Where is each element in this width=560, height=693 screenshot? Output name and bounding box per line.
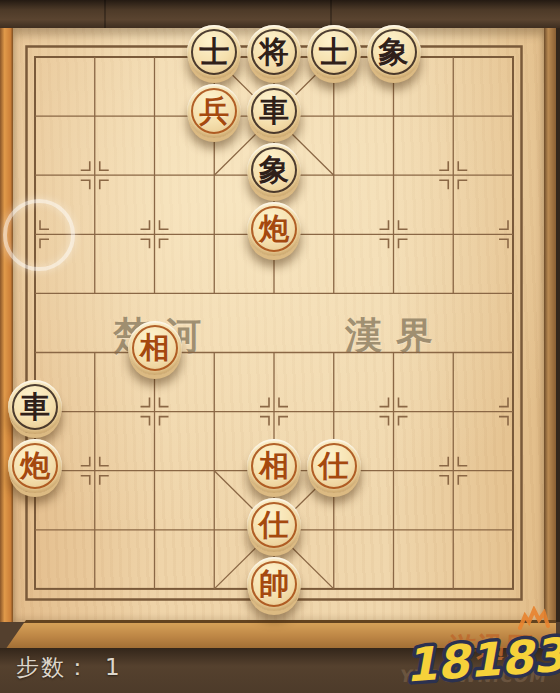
step-value: 1 <box>105 654 122 680</box>
piece-glyph: 仕 <box>319 451 349 481</box>
piece-glyph: 車 <box>20 392 50 422</box>
piece-glyph: 車 <box>259 96 289 126</box>
piece-black-advisor[interactable]: 士 <box>307 25 361 79</box>
step-counter: 步数：1 <box>16 652 122 683</box>
wood-seam <box>330 0 332 28</box>
piece-red-cannon[interactable]: 炮 <box>8 439 62 493</box>
piece-red-soldier[interactable]: 兵 <box>187 84 241 138</box>
piece-red-advisor[interactable]: 仕 <box>247 498 301 552</box>
piece-black-elephant[interactable]: 象 <box>247 143 301 197</box>
piece-red-general[interactable]: 帥 <box>247 557 301 611</box>
table-wood-right <box>556 28 560 622</box>
piece-glyph: 炮 <box>20 451 50 481</box>
board-right-bevel <box>544 28 556 622</box>
piece-glyph: 士 <box>199 37 229 67</box>
piece-red-advisor[interactable]: 仕 <box>307 439 361 493</box>
piece-black-chariot[interactable]: 車 <box>8 380 62 434</box>
river-label-han: 漢界 <box>345 311 447 361</box>
highlight-ring <box>3 199 75 271</box>
piece-glyph: 相 <box>259 451 289 481</box>
piece-black-chariot[interactable]: 車 <box>247 84 301 138</box>
xiangqi-app: 楚河 漢界 士将士象兵車象炮相車炮相仕仕帥 步数：1 游迅网 YXDOWN.CO… <box>0 0 560 693</box>
piece-glyph: 炮 <box>259 214 289 244</box>
wood-seam <box>104 0 106 28</box>
svg-text:18183: 18183 <box>403 627 560 692</box>
piece-glyph: 兵 <box>199 96 229 126</box>
piece-black-advisor[interactable]: 士 <box>187 25 241 79</box>
piece-red-cannon[interactable]: 炮 <box>247 202 301 256</box>
piece-glyph: 士 <box>319 37 349 67</box>
board-left-bevel <box>0 28 13 622</box>
piece-glyph: 相 <box>140 333 170 363</box>
piece-glyph: 象 <box>379 37 409 67</box>
piece-glyph: 帥 <box>259 569 289 599</box>
piece-black-elephant[interactable]: 象 <box>367 25 421 79</box>
piece-red-elephant[interactable]: 相 <box>247 439 301 493</box>
piece-red-elephant[interactable]: 相 <box>128 321 182 375</box>
piece-glyph: 仕 <box>259 510 289 540</box>
step-label: 步数： <box>16 654 91 680</box>
piece-glyph: 象 <box>259 155 289 185</box>
piece-glyph: 将 <box>259 37 289 67</box>
piece-black-general[interactable]: 将 <box>247 25 301 79</box>
watermark-18183-logo: 18183 <box>408 632 560 693</box>
table-wood-top <box>0 0 560 28</box>
